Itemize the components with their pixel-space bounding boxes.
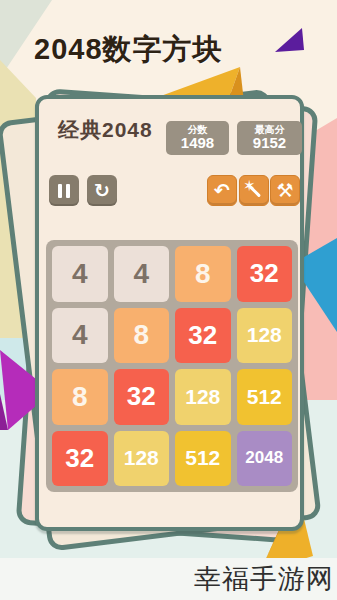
best-score-value: 9152: [237, 135, 302, 151]
game-board: 经典2048 分数 1498 最高分 9152 ↻ ↶ ✶ ⚒ 44832483…: [35, 95, 304, 531]
site-watermark: 幸福手游网: [194, 561, 334, 597]
tile-r1c4-32: 32: [237, 246, 293, 302]
restart-button[interactable]: ↻: [87, 175, 117, 206]
restart-icon: ↻: [94, 181, 110, 200]
hammer-icon: ⚒: [276, 181, 293, 200]
tile-r3c2-32: 32: [114, 369, 170, 425]
tile-r4c2-128: 128: [114, 431, 170, 487]
magic-wand-button[interactable]: ✶: [239, 175, 269, 206]
undo-button[interactable]: ↶: [207, 175, 237, 206]
pause-button[interactable]: [49, 175, 79, 206]
magic-wand-icon: ✶: [244, 181, 264, 201]
tile-r4c3-512: 512: [175, 431, 231, 487]
tile-r2c4-128: 128: [237, 308, 293, 364]
best-score-box: 最高分 9152: [237, 121, 302, 155]
tile-r4c1-32: 32: [52, 431, 108, 487]
footer-bar: 幸福手游网: [0, 558, 337, 600]
hammer-button[interactable]: ⚒: [270, 175, 300, 206]
tile-r2c2-8: 8: [114, 308, 170, 364]
tile-r1c2-4: 4: [114, 246, 170, 302]
undo-icon: ↶: [214, 181, 230, 200]
tile-r3c1-8: 8: [52, 369, 108, 425]
tile-r2c3-32: 32: [175, 308, 231, 364]
score-box: 分数 1498: [166, 121, 229, 155]
tile-r3c3-128: 128: [175, 369, 231, 425]
mode-label: 经典2048: [58, 116, 153, 144]
tile-r1c3-8: 8: [175, 246, 231, 302]
tile-grid[interactable]: 448324832128832128512321285122048: [46, 240, 298, 492]
app-title: 2048数字方块: [34, 30, 223, 70]
tile-r4c4-2048: 2048: [237, 431, 293, 487]
tile-r3c4-512: 512: [237, 369, 293, 425]
score-value: 1498: [166, 135, 229, 151]
tile-r1c1-4: 4: [52, 246, 108, 302]
pause-icon: [58, 184, 70, 198]
tile-r2c1-4: 4: [52, 308, 108, 364]
